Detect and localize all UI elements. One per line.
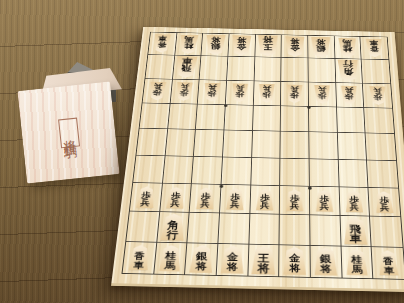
cell-8c[interactable]: 歩兵 [170,79,200,104]
piece-pawn-white[interactable]: 歩兵 [176,82,194,101]
cell-1h[interactable] [370,217,402,248]
cell-2g[interactable]: 歩兵 [339,187,370,217]
piece-pawn-black[interactable]: 歩兵 [256,189,274,211]
piece-bishop-white[interactable]: 角行 [338,60,360,82]
cell-5f[interactable] [251,158,281,186]
cell-5e[interactable] [252,131,281,158]
box-lid-front: 将棋駒 [17,81,119,183]
piece-lance-black[interactable]: 香車 [378,250,399,276]
cell-9c[interactable]: 歩兵 [143,79,173,104]
piece-pawn-white[interactable]: 歩兵 [203,83,221,102]
hoshi-dot [307,106,311,109]
cell-1c[interactable]: 歩兵 [363,83,392,108]
cell-5h[interactable] [249,214,280,245]
cell-6g[interactable]: 歩兵 [220,185,251,214]
cell-9g[interactable]: 歩兵 [130,183,163,212]
cell-5d[interactable] [253,106,282,132]
piece-box: 将棋駒 [14,58,130,196]
piece-knight-white[interactable]: 桂馬 [179,35,199,54]
cell-8a[interactable]: 桂馬 [175,33,203,56]
cell-2d[interactable] [337,107,366,133]
cell-7c[interactable]: 歩兵 [198,80,227,105]
cell-6h[interactable] [218,214,250,245]
piece-bishop-black[interactable]: 角行 [160,213,186,241]
cell-3e[interactable] [309,132,338,159]
piece-gold-black[interactable]: 金将 [283,247,307,275]
cell-1e[interactable] [366,134,396,161]
piece-silver-black[interactable]: 銀将 [189,245,214,273]
cell-8b[interactable]: 飛車 [173,56,202,80]
cell-2i[interactable]: 桂馬 [341,246,373,278]
piece-box-label-text: 将棋駒 [62,128,76,138]
piece-pawn-black[interactable]: 歩兵 [196,187,215,209]
piece-king-white[interactable]: 玉将 [257,35,278,56]
piece-pawn-white[interactable]: 歩兵 [369,86,387,105]
piece-pawn-white[interactable]: 歩兵 [286,84,303,103]
piece-king-black[interactable]: 王将 [251,246,276,275]
cell-9e[interactable] [136,129,167,156]
cell-3c[interactable]: 歩兵 [309,82,337,107]
cell-3d[interactable] [309,107,338,133]
cell-3a[interactable]: 銀将 [308,36,335,59]
piece-pawn-black[interactable]: 歩兵 [226,188,245,210]
piece-gold-black[interactable]: 金将 [220,245,245,273]
piece-silver-white[interactable]: 銀将 [205,35,226,56]
cell-2b[interactable]: 角行 [335,59,363,83]
piece-pawn-black[interactable]: 歩兵 [315,190,333,212]
cell-1f[interactable] [367,160,398,188]
cell-4c[interactable]: 歩兵 [281,82,309,107]
cell-9i[interactable]: 香車 [123,242,157,274]
cell-3h[interactable] [310,215,341,246]
cell-9h[interactable] [126,212,160,243]
board-surface: 香車桂馬銀将金将玉将金将銀将桂馬香車飛車角行歩兵歩兵歩兵歩兵歩兵歩兵歩兵歩兵歩兵… [111,27,404,292]
cell-8f[interactable] [163,156,195,184]
piece-lance-white[interactable]: 香車 [153,34,172,53]
cell-9b[interactable] [145,55,174,79]
cell-7b[interactable] [200,56,228,80]
piece-silver-white[interactable]: 銀将 [311,37,331,58]
cell-4e[interactable] [281,132,310,159]
cell-8d[interactable] [168,104,198,130]
cell-1g[interactable]: 歩兵 [369,188,401,218]
cell-3i[interactable]: 銀将 [310,246,342,278]
cell-5g[interactable]: 歩兵 [250,185,280,214]
piece-pawn-black[interactable]: 歩兵 [286,189,304,211]
cell-1i[interactable]: 香車 [372,247,404,279]
cell-6c[interactable]: 歩兵 [226,80,255,105]
cell-4d[interactable] [281,106,309,132]
cell-7f[interactable] [192,157,223,185]
piece-gold-white[interactable]: 金将 [231,35,252,56]
piece-silver-black[interactable]: 銀将 [314,247,338,275]
cell-6d[interactable] [224,105,253,131]
piece-pawn-white[interactable]: 歩兵 [148,82,166,101]
piece-lance-black[interactable]: 香車 [128,245,150,271]
cell-5i[interactable]: 王将 [248,244,280,276]
cell-9f[interactable] [133,155,165,183]
piece-knight-black[interactable]: 桂馬 [158,245,182,271]
cell-2f[interactable] [338,160,368,188]
cell-7e[interactable] [194,130,224,157]
cell-1a[interactable]: 香車 [361,37,389,60]
cell-3b[interactable] [308,58,335,82]
cell-5b[interactable] [254,57,281,81]
cell-9a[interactable]: 香車 [148,32,177,55]
cell-3f[interactable] [310,159,340,187]
scene: 将棋駒 香車桂馬銀将金将玉将金将銀将桂馬香車飛車角行歩兵歩兵歩兵歩兵歩兵歩兵歩兵… [0,0,404,303]
piece-pawn-black[interactable]: 歩兵 [136,186,156,208]
cell-7h[interactable] [188,213,220,244]
piece-pawn-white[interactable]: 歩兵 [341,86,358,105]
hoshi-dot [224,104,228,107]
piece-rook-black[interactable]: 飛車 [343,217,368,245]
piece-pawn-black[interactable]: 歩兵 [166,187,186,209]
piece-knight-black[interactable]: 桂馬 [345,249,368,276]
shogi-board: 香車桂馬銀将金将玉将金将銀将桂馬香車飛車角行歩兵歩兵歩兵歩兵歩兵歩兵歩兵歩兵歩兵… [111,27,404,292]
cell-7i[interactable]: 銀将 [185,243,218,275]
cell-4b[interactable] [281,58,308,82]
cell-8g[interactable]: 歩兵 [160,184,192,213]
cell-6f[interactable] [221,157,251,185]
piece-lance-white[interactable]: 香車 [366,39,384,58]
cell-7d[interactable] [196,104,226,130]
cell-1b[interactable] [362,60,390,84]
piece-rook-white[interactable]: 飛車 [175,56,198,78]
cell-8e[interactable] [165,129,196,156]
cell-1d[interactable] [364,108,394,134]
cell-8i[interactable]: 桂馬 [154,242,188,274]
cell-6i[interactable]: 金将 [217,244,249,276]
cell-7a[interactable]: 銀将 [202,33,230,56]
cell-4f[interactable] [280,158,309,186]
cell-3g[interactable]: 歩兵 [310,187,340,216]
cell-2a[interactable]: 桂馬 [334,36,361,59]
piece-pawn-white[interactable]: 歩兵 [314,85,331,104]
cell-9d[interactable] [140,103,171,129]
cell-4i[interactable]: 金将 [279,245,310,277]
board-grid: 香車桂馬銀将金将玉将金将銀将桂馬香車飛車角行歩兵歩兵歩兵歩兵歩兵歩兵歩兵歩兵歩兵… [121,32,404,280]
cell-4h[interactable] [280,215,311,246]
piece-pawn-black[interactable]: 歩兵 [345,191,364,213]
piece-knight-white[interactable]: 桂馬 [338,38,357,57]
cell-6a[interactable]: 金将 [228,34,255,57]
cell-2h[interactable]: 飛車 [340,216,372,247]
piece-pawn-white[interactable]: 歩兵 [231,83,248,102]
cell-4g[interactable]: 歩兵 [280,186,310,215]
cell-5a[interactable]: 玉将 [255,35,282,58]
cell-7g[interactable]: 歩兵 [190,184,222,213]
cell-6b[interactable] [227,57,255,81]
cell-5c[interactable]: 歩兵 [253,81,281,106]
piece-pawn-white[interactable]: 歩兵 [259,84,276,103]
cell-2e[interactable] [338,133,368,160]
piece-gold-white[interactable]: 金将 [285,36,305,57]
cell-4a[interactable]: 金将 [282,35,309,58]
cell-6e[interactable] [223,131,253,158]
cell-8h[interactable]: 角行 [157,212,190,243]
cell-2c[interactable]: 歩兵 [336,83,365,108]
piece-box-label: 将棋駒 [58,117,80,148]
piece-pawn-black[interactable]: 歩兵 [375,191,394,213]
